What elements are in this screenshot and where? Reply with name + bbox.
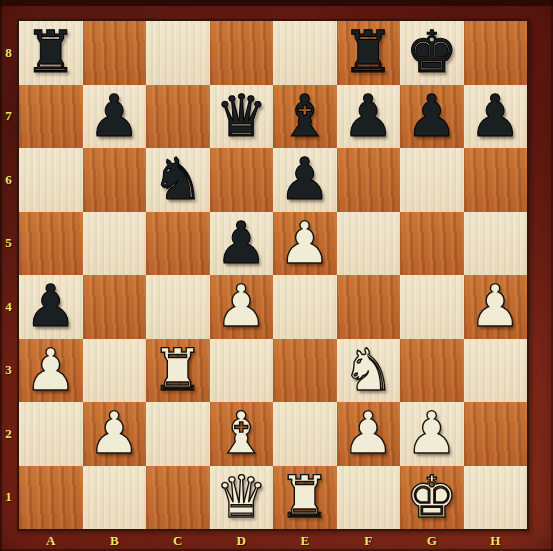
black-king[interactable]: ♚ bbox=[406, 21, 458, 84]
square-b5[interactable] bbox=[83, 212, 147, 276]
square-c4[interactable] bbox=[146, 275, 210, 339]
square-g5[interactable] bbox=[400, 212, 464, 276]
white-king[interactable]: ♚ bbox=[406, 466, 458, 529]
square-b8[interactable] bbox=[83, 21, 147, 85]
square-a1[interactable] bbox=[19, 466, 83, 530]
square-e8[interactable] bbox=[273, 21, 337, 85]
white-pawn[interactable]: ♟ bbox=[406, 402, 458, 465]
square-h6[interactable] bbox=[464, 148, 528, 212]
square-e2[interactable] bbox=[273, 402, 337, 466]
square-d7[interactable]: ♛ bbox=[210, 85, 274, 149]
square-b1[interactable] bbox=[83, 466, 147, 530]
rank-label-3: 3 bbox=[5, 362, 12, 378]
square-f1[interactable] bbox=[337, 466, 401, 530]
square-d5[interactable]: ♟ bbox=[210, 212, 274, 276]
white-pawn[interactable]: ♟ bbox=[215, 275, 267, 338]
file-label-c: C bbox=[173, 533, 182, 549]
square-f4[interactable] bbox=[337, 275, 401, 339]
chess-board: ♜♜♚♟♛♝♟♟♟♞♟♟♟♟♟♟♟♜♞♟♝♟♟♛♜♚ bbox=[19, 21, 527, 529]
square-e4[interactable] bbox=[273, 275, 337, 339]
square-a2[interactable] bbox=[19, 402, 83, 466]
square-h3[interactable] bbox=[464, 339, 528, 403]
chess-diagram: ♜♜♚♟♛♝♟♟♟♞♟♟♟♟♟♟♟♜♞♟♝♟♟♛♜♚ 87654321 ABCD… bbox=[0, 0, 553, 551]
square-h1[interactable] bbox=[464, 466, 528, 530]
black-knight[interactable]: ♞ bbox=[152, 148, 204, 211]
square-e1[interactable]: ♜ bbox=[273, 466, 337, 530]
square-a6[interactable] bbox=[19, 148, 83, 212]
square-d2[interactable]: ♝ bbox=[210, 402, 274, 466]
rank-label-7: 7 bbox=[5, 108, 12, 124]
white-pawn[interactable]: ♟ bbox=[88, 402, 140, 465]
square-f5[interactable] bbox=[337, 212, 401, 276]
rank-label-5: 5 bbox=[5, 235, 12, 251]
rank-label-2: 2 bbox=[5, 426, 12, 442]
square-h7[interactable]: ♟ bbox=[464, 85, 528, 149]
square-d8[interactable] bbox=[210, 21, 274, 85]
white-pawn[interactable]: ♟ bbox=[25, 339, 77, 402]
square-a5[interactable] bbox=[19, 212, 83, 276]
black-pawn[interactable]: ♟ bbox=[406, 85, 458, 148]
square-a7[interactable] bbox=[19, 85, 83, 149]
square-c6[interactable]: ♞ bbox=[146, 148, 210, 212]
rank-label-cell: 3 bbox=[0, 339, 17, 403]
square-d6[interactable] bbox=[210, 148, 274, 212]
square-c1[interactable] bbox=[146, 466, 210, 530]
square-a8[interactable]: ♜ bbox=[19, 21, 83, 85]
file-label-d: D bbox=[237, 533, 246, 549]
file-label-f: F bbox=[364, 533, 372, 549]
file-label-cell: C bbox=[146, 531, 210, 551]
square-h8[interactable] bbox=[464, 21, 528, 85]
square-h2[interactable] bbox=[464, 402, 528, 466]
square-e5[interactable]: ♟ bbox=[273, 212, 337, 276]
file-label-h: H bbox=[490, 533, 500, 549]
square-b7[interactable]: ♟ bbox=[83, 85, 147, 149]
rank-label-cell: 2 bbox=[0, 402, 17, 466]
rank-label-cell: 6 bbox=[0, 148, 17, 212]
square-g8[interactable]: ♚ bbox=[400, 21, 464, 85]
square-f3[interactable]: ♞ bbox=[337, 339, 401, 403]
black-pawn[interactable]: ♟ bbox=[342, 85, 394, 148]
square-f6[interactable] bbox=[337, 148, 401, 212]
square-h4[interactable]: ♟ bbox=[464, 275, 528, 339]
square-g3[interactable] bbox=[400, 339, 464, 403]
square-h5[interactable] bbox=[464, 212, 528, 276]
file-label-cell: D bbox=[210, 531, 274, 551]
black-rook[interactable]: ♜ bbox=[342, 21, 394, 84]
square-f2[interactable]: ♟ bbox=[337, 402, 401, 466]
file-label-a: A bbox=[46, 533, 55, 549]
file-label-cell: A bbox=[19, 531, 83, 551]
white-queen[interactable]: ♛ bbox=[215, 466, 267, 529]
square-g7[interactable]: ♟ bbox=[400, 85, 464, 149]
file-label-e: E bbox=[300, 533, 309, 549]
square-c3[interactable]: ♜ bbox=[146, 339, 210, 403]
square-e6[interactable]: ♟ bbox=[273, 148, 337, 212]
white-rook[interactable]: ♜ bbox=[152, 339, 204, 402]
white-bishop[interactable]: ♝ bbox=[215, 402, 267, 465]
black-pawn[interactable]: ♟ bbox=[88, 85, 140, 148]
rank-label-8: 8 bbox=[5, 45, 12, 61]
black-pawn[interactable]: ♟ bbox=[25, 275, 77, 338]
square-a4[interactable]: ♟ bbox=[19, 275, 83, 339]
square-f7[interactable]: ♟ bbox=[337, 85, 401, 149]
white-pawn[interactable]: ♟ bbox=[279, 212, 331, 275]
square-g1[interactable]: ♚ bbox=[400, 466, 464, 530]
black-bishop[interactable]: ♝ bbox=[279, 85, 331, 148]
rank-label-cell: 7 bbox=[0, 85, 17, 149]
file-label-cell: H bbox=[464, 531, 528, 551]
file-label-g: G bbox=[427, 533, 437, 549]
white-knight[interactable]: ♞ bbox=[342, 339, 394, 402]
file-label-cell: F bbox=[337, 531, 401, 551]
square-b2[interactable]: ♟ bbox=[83, 402, 147, 466]
black-rook[interactable]: ♜ bbox=[25, 21, 77, 84]
square-g2[interactable]: ♟ bbox=[400, 402, 464, 466]
square-f8[interactable]: ♜ bbox=[337, 21, 401, 85]
square-d4[interactable]: ♟ bbox=[210, 275, 274, 339]
square-g6[interactable] bbox=[400, 148, 464, 212]
square-c7[interactable] bbox=[146, 85, 210, 149]
rank-label-cell: 1 bbox=[0, 466, 17, 530]
rank-label-cell: 8 bbox=[0, 21, 17, 85]
file-label-b: B bbox=[110, 533, 119, 549]
square-g4[interactable] bbox=[400, 275, 464, 339]
rank-label-cell: 5 bbox=[0, 212, 17, 276]
square-c2[interactable] bbox=[146, 402, 210, 466]
file-label-cell: B bbox=[83, 531, 147, 551]
square-e3[interactable] bbox=[273, 339, 337, 403]
board-frame-inner: ♜♜♚♟♛♝♟♟♟♞♟♟♟♟♟♟♟♜♞♟♝♟♟♛♜♚ bbox=[17, 19, 529, 531]
white-pawn[interactable]: ♟ bbox=[469, 275, 521, 338]
black-queen[interactable]: ♛ bbox=[215, 85, 267, 148]
white-rook[interactable]: ♜ bbox=[279, 466, 331, 529]
square-b3[interactable] bbox=[83, 339, 147, 403]
file-label-cell: E bbox=[273, 531, 337, 551]
square-c8[interactable] bbox=[146, 21, 210, 85]
white-pawn[interactable]: ♟ bbox=[342, 402, 394, 465]
square-a3[interactable]: ♟ bbox=[19, 339, 83, 403]
rank-label-1: 1 bbox=[5, 489, 12, 505]
black-pawn[interactable]: ♟ bbox=[279, 148, 331, 211]
rank-label-6: 6 bbox=[5, 172, 12, 188]
black-pawn[interactable]: ♟ bbox=[215, 212, 267, 275]
square-b4[interactable] bbox=[83, 275, 147, 339]
square-c5[interactable] bbox=[146, 212, 210, 276]
square-e7[interactable]: ♝ bbox=[273, 85, 337, 149]
square-d1[interactable]: ♛ bbox=[210, 466, 274, 530]
file-label-cell: G bbox=[400, 531, 464, 551]
square-d3[interactable] bbox=[210, 339, 274, 403]
rank-label-4: 4 bbox=[5, 299, 12, 315]
rank-label-cell: 4 bbox=[0, 275, 17, 339]
square-b6[interactable] bbox=[83, 148, 147, 212]
black-pawn[interactable]: ♟ bbox=[469, 85, 521, 148]
